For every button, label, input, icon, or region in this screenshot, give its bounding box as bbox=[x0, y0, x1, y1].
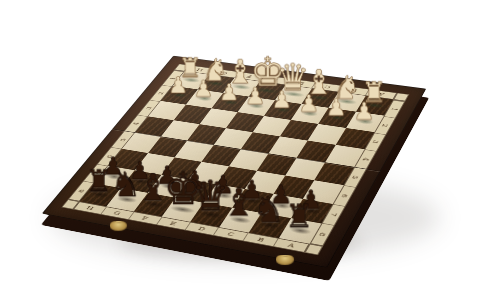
coordinate-label: 8 bbox=[317, 232, 328, 237]
coordinate-label: 7 bbox=[328, 212, 339, 217]
coordinate-label: 6 bbox=[339, 193, 350, 198]
coordinate-label: 4 bbox=[131, 122, 141, 126]
coordinate-label: 2 bbox=[380, 123, 390, 127]
coordinate-label: C bbox=[226, 231, 236, 238]
coordinate-label: F bbox=[140, 215, 149, 222]
right-rank-label: 6 bbox=[334, 185, 356, 206]
coordinate-label: 1 bbox=[389, 107, 399, 111]
coordinate-label: F bbox=[246, 74, 254, 79]
square-c5 bbox=[257, 153, 297, 175]
coordinate-label: 5 bbox=[350, 175, 361, 180]
strip-corner bbox=[61, 199, 79, 209]
strip-corner bbox=[304, 244, 323, 256]
coordinate-label: B bbox=[256, 236, 266, 243]
near-file-label: E bbox=[156, 217, 190, 229]
coordinate-label: 5 bbox=[118, 138, 128, 142]
near-file-label: F bbox=[128, 212, 161, 224]
front-center-clasp bbox=[276, 255, 294, 265]
piece-black-rook-a8: ♜ bbox=[280, 201, 317, 233]
coordinate-label: B bbox=[350, 88, 358, 93]
coordinate-label: 3 bbox=[370, 140, 380, 144]
coordinate-label: 2 bbox=[156, 91, 166, 95]
coordinate-label: E bbox=[168, 220, 178, 227]
near-file-label: D bbox=[184, 222, 218, 235]
strip-corner bbox=[393, 93, 409, 101]
coordinate-label: 1 bbox=[168, 77, 177, 80]
square-a4 bbox=[325, 145, 364, 167]
coordinate-label: H bbox=[195, 67, 204, 72]
right-rank-label: 4 bbox=[355, 149, 376, 168]
square-b5 bbox=[285, 158, 325, 181]
chess-board: HGFEDCBAHGFEDCBA1234567812345678 ♜♞♝♛♚♝♞… bbox=[42, 56, 427, 268]
near-file-label: C bbox=[213, 228, 247, 241]
near-file-label: H bbox=[74, 202, 105, 214]
square-a5 bbox=[314, 162, 354, 185]
near-file-label: A bbox=[273, 239, 308, 252]
coordinate-label: E bbox=[271, 77, 279, 82]
coordinate-label: A bbox=[286, 242, 296, 249]
photo-stage: HGFEDCBAHGFEDCBA1234567812345678 ♜♞♝♛♚♝♞… bbox=[0, 0, 480, 296]
coordinate-label: 3 bbox=[144, 106, 154, 110]
coordinate-label: A bbox=[377, 92, 385, 97]
coordinate-label: D bbox=[296, 81, 305, 86]
coordinate-label: G bbox=[220, 71, 229, 76]
front-left-clasp bbox=[110, 221, 127, 231]
right-rank-label: 5 bbox=[345, 167, 366, 187]
near-file-label: B bbox=[243, 233, 278, 246]
coordinate-label: 4 bbox=[360, 157, 371, 161]
coordinate-label: D bbox=[197, 225, 207, 232]
square-d5 bbox=[229, 149, 269, 171]
coordinate-label: H bbox=[85, 205, 96, 212]
square-b4 bbox=[297, 141, 336, 163]
scene: HGFEDCBAHGFEDCBA1234567812345678 ♜♞♝♛♚♝♞… bbox=[0, 0, 480, 296]
coordinate-label: G bbox=[112, 210, 122, 217]
coordinate-label: C bbox=[323, 84, 331, 89]
right-rank-label: 3 bbox=[365, 133, 385, 152]
